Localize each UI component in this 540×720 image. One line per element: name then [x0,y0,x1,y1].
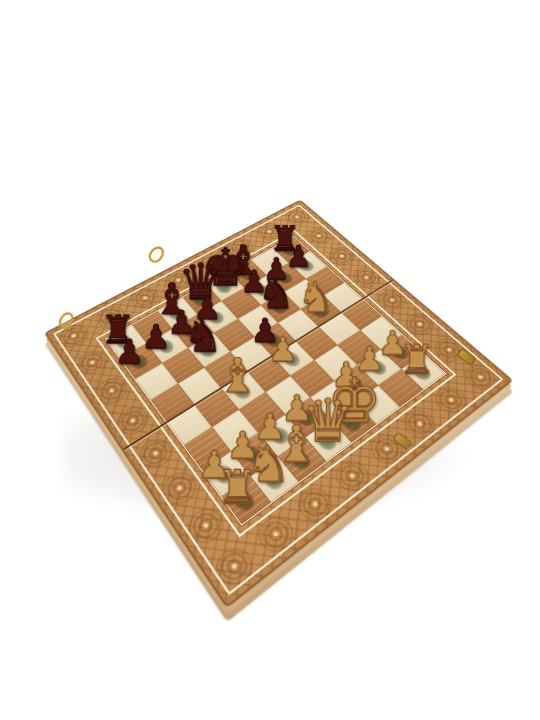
white-rook-h1: ♜ [398,339,429,379]
black-pawn-a7: ♟ [114,335,145,368]
white-rook-a1: ♜ [216,464,252,510]
white-knight-g5: ♞ [297,276,326,318]
black-knight-f6: ♞ [257,272,286,314]
black-knight-c6: ♞ [183,314,213,358]
chess-board: ♜♟♟♜♟♞♟♝♟♞♟♚♟♟♚♛♟♟♛♝♟♞♝♟♝♟♟♞♜♟♟♜ [46,201,511,606]
black-pawn-b7: ♟ [141,320,171,353]
scene: ♜♟♟♜♟♞♟♝♟♞♟♚♟♟♚♛♟♟♛♝♟♞♝♟♝♟♟♞♜♟♟♜ [0,0,540,720]
white-pawn-e4: ♟ [268,333,299,366]
board-top-face: ♜♟♟♜♟♞♟♝♟♞♟♚♟♟♚♛♟♟♛♝♟♞♝♟♝♟♟♞♜♟♟♜ [46,201,511,606]
product-photo: ♜♟♟♜♟♞♟♝♟♞♟♚♟♟♚♛♟♟♛♝♟♞♝♟♝♟♟♞♜♟♟♜ [0,0,540,720]
white-bishop-c4: ♝ [217,352,249,399]
square-h1: ♜ [401,354,445,390]
